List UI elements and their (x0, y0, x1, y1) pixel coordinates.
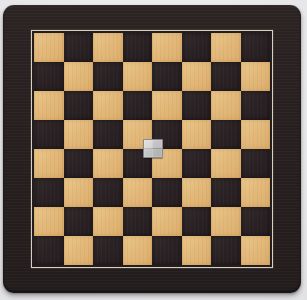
square-g7[interactable] (211, 62, 241, 91)
square-c3[interactable] (93, 178, 123, 207)
square-c4[interactable] (93, 149, 123, 178)
square-h1[interactable] (241, 236, 271, 265)
square-b2[interactable] (64, 207, 94, 236)
square-g3[interactable] (211, 178, 241, 207)
square-a5[interactable] (34, 120, 64, 149)
square-a4[interactable] (34, 149, 64, 178)
square-d3[interactable] (123, 178, 153, 207)
square-a8[interactable] (34, 33, 64, 62)
square-a7[interactable] (34, 62, 64, 91)
square-h8[interactable] (241, 33, 271, 62)
square-c2[interactable] (93, 207, 123, 236)
square-d7[interactable] (123, 62, 153, 91)
square-b7[interactable] (64, 62, 94, 91)
square-g8[interactable] (211, 33, 241, 62)
square-e6[interactable] (152, 91, 182, 120)
square-e7[interactable] (152, 62, 182, 91)
square-h4[interactable] (241, 149, 271, 178)
square-g2[interactable] (211, 207, 241, 236)
square-d1[interactable] (123, 236, 153, 265)
square-g1[interactable] (211, 236, 241, 265)
square-d8[interactable] (123, 33, 153, 62)
square-b1[interactable] (64, 236, 94, 265)
square-a2[interactable] (34, 207, 64, 236)
square-c5[interactable] (93, 120, 123, 149)
square-h6[interactable] (241, 91, 271, 120)
square-b6[interactable] (64, 91, 94, 120)
photo-background (0, 0, 307, 300)
square-f6[interactable] (182, 91, 212, 120)
square-f4[interactable] (182, 149, 212, 178)
square-c8[interactable] (93, 33, 123, 62)
square-a6[interactable] (34, 91, 64, 120)
square-h3[interactable] (241, 178, 271, 207)
square-f8[interactable] (182, 33, 212, 62)
square-h5[interactable] (241, 120, 271, 149)
square-b5[interactable] (64, 120, 94, 149)
square-e2[interactable] (152, 207, 182, 236)
square-b3[interactable] (64, 178, 94, 207)
square-d2[interactable] (123, 207, 153, 236)
square-c7[interactable] (93, 62, 123, 91)
square-e8[interactable] (152, 33, 182, 62)
square-f5[interactable] (182, 120, 212, 149)
square-d6[interactable] (123, 91, 153, 120)
square-f3[interactable] (182, 178, 212, 207)
square-b4[interactable] (64, 149, 94, 178)
square-g5[interactable] (211, 120, 241, 149)
square-h7[interactable] (241, 62, 271, 91)
square-f1[interactable] (182, 236, 212, 265)
square-e1[interactable] (152, 236, 182, 265)
square-g6[interactable] (211, 91, 241, 120)
square-f7[interactable] (182, 62, 212, 91)
square-f2[interactable] (182, 207, 212, 236)
square-b8[interactable] (64, 33, 94, 62)
maker-logo-icon (143, 139, 163, 158)
square-a1[interactable] (34, 236, 64, 265)
square-c6[interactable] (93, 91, 123, 120)
square-a3[interactable] (34, 178, 64, 207)
chess-board (3, 5, 301, 293)
square-h2[interactable] (241, 207, 271, 236)
square-e3[interactable] (152, 178, 182, 207)
square-g4[interactable] (211, 149, 241, 178)
square-c1[interactable] (93, 236, 123, 265)
